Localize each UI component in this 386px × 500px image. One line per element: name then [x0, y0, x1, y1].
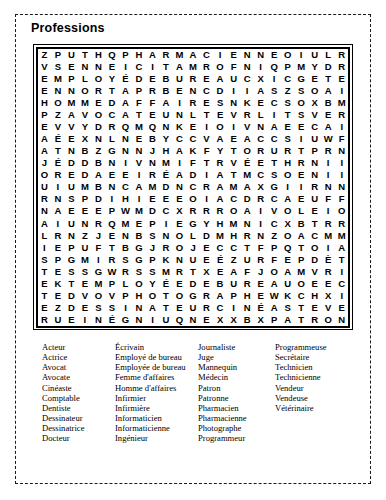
grid-cell-r18c6: R [105, 253, 119, 265]
grid-cell-r14c16: A [240, 205, 254, 217]
grid-cell-r3c9: E [146, 73, 160, 85]
grid-cell-r20c16: R [240, 277, 254, 289]
grid-cell-r14c21: E [308, 205, 322, 217]
grid-cell-r19c15: A [227, 265, 241, 277]
grid-cell-r17c5: F [92, 241, 106, 253]
word-item: Mannequin [198, 362, 275, 372]
grid-cell-r11c3: E [65, 169, 79, 181]
grid-cell-r9c7: N [119, 145, 133, 157]
grid-cell-r1c1: Z [38, 49, 52, 61]
grid-cell-r13c4: P [78, 193, 92, 205]
grid-cell-r16c11: O [173, 229, 187, 241]
grid-cell-r6c2: Z [51, 109, 65, 121]
grid-cell-r16c14: M [213, 229, 227, 241]
grid-cell-r10c18: T [267, 157, 281, 169]
grid-cell-r1c12: A [186, 49, 200, 61]
grid-cell-r19c21: V [308, 265, 322, 277]
grid-cell-r6c15: V [227, 109, 241, 121]
grid-cell-r22c9: A [146, 302, 160, 314]
grid-cell-r17c9: J [146, 241, 160, 253]
word-item: Vendeur [275, 383, 364, 393]
word-item: Patron [198, 383, 275, 393]
grid-cell-r3c2: M [51, 73, 65, 85]
grid-cell-r17c15: C [227, 241, 241, 253]
grid-cell-r16c5: J [92, 229, 106, 241]
grid-cell-r13c19: A [281, 193, 295, 205]
grid-cell-r19c13: X [200, 265, 214, 277]
grid-cell-r6c13: T [200, 109, 214, 121]
grid-cell-r19c7: R [119, 265, 133, 277]
grid-cell-r20c4: E [78, 277, 92, 289]
grid-cell-r14c10: C [159, 205, 173, 217]
grid-cell-r16c21: C [308, 229, 322, 241]
letter-grid: ZPUTHQPHARMACIENNEOIULRVSENNEICITAMROFNI… [36, 47, 351, 328]
grid-cell-r11c23: I [335, 169, 349, 181]
grid-cell-r4c8: P [132, 85, 146, 97]
grid-cell-r1c16: N [240, 49, 254, 61]
grid-cell-r15c3: U [65, 217, 79, 229]
grid-cell-r12c3: U [65, 181, 79, 193]
grid-cell-r4c12: N [186, 85, 200, 97]
grid-cell-r11c22: I [321, 169, 335, 181]
grid-cell-r1c20: I [294, 49, 308, 61]
grid-cell-r2c10: T [159, 61, 173, 73]
grid-cell-r7c5: D [92, 121, 106, 133]
grid-cell-r7c8: M [132, 121, 146, 133]
grid-cell-r21c23: I [335, 290, 349, 302]
grid-cell-r1c9: A [146, 49, 160, 61]
grid-cell-r1c15: E [227, 49, 241, 61]
grid-cell-r6c17: L [254, 109, 268, 121]
grid-cell-r1c7: P [119, 49, 133, 61]
grid-cell-r23c11: Q [173, 314, 187, 326]
grid-cell-r20c19: U [281, 277, 295, 289]
grid-cell-r5c6: D [105, 97, 119, 109]
grid-cell-r22c14: C [213, 302, 227, 314]
grid-cell-r15c11: E [173, 217, 187, 229]
grid-cell-r5c12: R [186, 97, 200, 109]
word-list-column-4: ProgrammeuseSecrétaireTechnicienTechnici… [275, 342, 364, 444]
word-item: Employé de bureau [115, 352, 198, 362]
grid-cell-r5c15: N [227, 97, 241, 109]
grid-cell-r21c7: P [119, 290, 133, 302]
grid-cell-r3c1: E [38, 73, 52, 85]
grid-cell-r16c17: N [254, 229, 268, 241]
grid-cell-r7c3: V [65, 121, 79, 133]
grid-cell-r4c15: I [227, 85, 241, 97]
grid-cell-r9c6: G [105, 145, 119, 157]
grid-cell-r4c16: I [240, 85, 254, 97]
grid-cell-r20c10: É [159, 277, 173, 289]
grid-cell-r3c4: L [78, 73, 92, 85]
grid-cell-r1c8: H [132, 49, 146, 61]
grid-cell-r12c11: N [173, 181, 187, 193]
grid-cell-r13c14: A [213, 193, 227, 205]
grid-cell-r7c14: O [213, 121, 227, 133]
grid-cell-r21c10: T [159, 290, 173, 302]
grid-cell-r15c22: R [321, 217, 335, 229]
grid-cell-r23c9: I [146, 314, 160, 326]
grid-cell-r22c12: U [186, 302, 200, 314]
grid-cell-r16c16: R [240, 229, 254, 241]
grid-cell-r21c21: H [308, 290, 322, 302]
grid-cell-r16c10: N [159, 229, 173, 241]
grid-cell-r18c17: R [254, 253, 268, 265]
grid-cell-r23c18: P [267, 314, 281, 326]
grid-cell-r17c12: J [186, 241, 200, 253]
grid-cell-r2c4: N [78, 61, 92, 73]
word-item: Infirmière [115, 403, 198, 413]
grid-cell-r14c18: V [267, 205, 281, 217]
grid-cell-r1c5: H [92, 49, 106, 61]
grid-cell-r7c17: N [254, 121, 268, 133]
grid-cell-r4c11: E [173, 85, 187, 97]
grid-cell-r9c4: B [78, 145, 92, 157]
grid-cell-r5c2: O [51, 97, 65, 109]
grid-cell-r17c11: O [173, 241, 187, 253]
grid-cell-r9c8: N [132, 145, 146, 157]
grid-cell-r21c12: G [186, 290, 200, 302]
grid-cell-r6c6: C [105, 109, 119, 121]
word-item: Docteur [42, 433, 115, 443]
word-item: Actrice [42, 352, 115, 362]
grid-cell-r21c9: O [146, 290, 160, 302]
grid-cell-r18c14: É [213, 253, 227, 265]
grid-cell-r20c15: U [227, 277, 241, 289]
grid-cell-r2c3: E [65, 61, 79, 73]
grid-cell-r3c10: B [159, 73, 173, 85]
grid-cell-r16c1: L [38, 229, 52, 241]
grid-cell-r4c5: R [92, 85, 106, 97]
grid-cell-r9c5: Z [92, 145, 106, 157]
grid-cell-r13c15: C [227, 193, 241, 205]
grid-cell-r1c10: R [159, 49, 173, 61]
grid-cell-r20c9: Y [146, 277, 160, 289]
grid-cell-r12c4: M [78, 181, 92, 193]
grid-cell-r20c14: B [213, 277, 227, 289]
grid-cell-r10c13: T [200, 157, 214, 169]
grid-cell-r19c3: S [65, 265, 79, 277]
grid-cell-r11c19: O [281, 169, 295, 181]
grid-cell-r20c1: E [38, 277, 52, 289]
grid-cell-r21c5: O [92, 290, 106, 302]
grid-cell-r20c6: P [105, 277, 119, 289]
grid-cell-r21c17: E [254, 290, 268, 302]
grid-cell-r9c11: A [173, 145, 187, 157]
grid-cell-r18c9: P [146, 253, 160, 265]
grid-cell-r21c14: A [213, 290, 227, 302]
grid-cell-r12c22: N [321, 181, 335, 193]
grid-cell-r8c9: B [146, 133, 160, 145]
grid-cell-r12c17: X [254, 181, 268, 193]
grid-cell-r6c7: A [119, 109, 133, 121]
grid-cell-r18c5: I [92, 253, 106, 265]
word-item: Vendeuse [275, 393, 364, 403]
grid-cell-r10c3: D [65, 157, 79, 169]
grid-cell-r17c13: E [200, 241, 214, 253]
grid-cell-r8c22: W [321, 133, 335, 145]
grid-cell-r11c16: M [240, 169, 254, 181]
grid-cell-r14c9: D [146, 205, 160, 217]
grid-cell-r8c18: C [267, 133, 281, 145]
grid-cell-r23c7: G [119, 314, 133, 326]
grid-cell-r23c19: A [281, 314, 295, 326]
grid-cell-r6c21: V [308, 109, 322, 121]
grid-cell-r22c3: D [65, 302, 79, 314]
grid-cell-r17c8: G [132, 241, 146, 253]
word-item: Acteur [42, 342, 115, 352]
grid-cell-r4c21: O [308, 85, 322, 97]
grid-cell-r15c2: I [51, 217, 65, 229]
grid-cell-r12c8: A [132, 181, 146, 193]
grid-cell-r19c10: M [159, 265, 173, 277]
grid-cell-r22c8: N [132, 302, 146, 314]
grid-cell-r23c20: T [294, 314, 308, 326]
grid-cell-r2c12: M [186, 61, 200, 73]
grid-cell-r14c15: O [227, 205, 241, 217]
grid-cell-r9c18: U [267, 145, 281, 157]
grid-cell-r5c5: E [92, 97, 106, 109]
grid-cell-r3c5: O [92, 73, 106, 85]
grid-cell-r20c8: O [132, 277, 146, 289]
word-item: Employée de bureau [115, 362, 198, 372]
grid-cell-r12c23: N [335, 181, 349, 193]
grid-cell-r5c23: M [335, 97, 349, 109]
grid-cell-r10c20: R [294, 157, 308, 169]
grid-cell-r20c3: T [65, 277, 79, 289]
grid-cell-r18c15: Z [227, 253, 241, 265]
grid-cell-r18c12: U [186, 253, 200, 265]
grid-cell-r22c20: T [294, 302, 308, 314]
grid-cell-r11c14: A [213, 169, 227, 181]
grid-cell-r6c23: R [335, 109, 349, 121]
grid-cell-r2c20: M [294, 61, 308, 73]
grid-cell-r3c3: P [65, 73, 79, 85]
grid-cell-r3c6: Y [105, 73, 119, 85]
grid-cell-r20c12: D [186, 277, 200, 289]
grid-cell-r10c1: J [38, 157, 52, 169]
grid-cell-r1c3: U [65, 49, 79, 61]
grid-cell-r6c11: N [173, 109, 187, 121]
grid-cell-r18c19: E [281, 253, 295, 265]
grid-cell-r3c11: U [173, 73, 187, 85]
grid-cell-r12c13: R [200, 181, 214, 193]
grid-cell-r10c21: N [308, 157, 322, 169]
grid-cell-r19c11: R [173, 265, 187, 277]
grid-cell-r15c4: N [78, 217, 92, 229]
grid-cell-r8c3: E [65, 133, 79, 145]
word-item: Informaticienne [115, 423, 198, 433]
grid-cell-r11c7: E [119, 169, 133, 181]
grid-cell-r10c12: F [186, 157, 200, 169]
grid-cell-r10c5: B [92, 157, 106, 169]
grid-cell-r3c19: C [281, 73, 295, 85]
word-item: Programmeuse [275, 342, 364, 352]
grid-cell-r7c18: A [267, 121, 281, 133]
grid-cell-r8c4: X [78, 133, 92, 145]
grid-cell-r11c11: A [173, 169, 187, 181]
grid-cell-r16c22: M [321, 229, 335, 241]
grid-cell-r11c6: E [105, 169, 119, 181]
grid-cell-r14c1: N [38, 205, 52, 217]
grid-cell-r23c1: R [38, 314, 52, 326]
grid-cell-r16c18: Z [267, 229, 281, 241]
grid-cell-r11c4: D [78, 169, 92, 181]
grid-cell-r1c21: U [308, 49, 322, 61]
grid-cell-r1c13: C [200, 49, 214, 61]
grid-cell-r18c22: È [321, 253, 335, 265]
grid-cell-r6c20: S [294, 109, 308, 121]
word-item: Dentiste [42, 403, 115, 413]
grid-cell-r10c15: V [227, 157, 241, 169]
grid-cell-r14c12: R [186, 205, 200, 217]
grid-cell-r19c17: J [254, 265, 268, 277]
grid-cell-r9c16: O [240, 145, 254, 157]
grid-cell-r2c1: V [38, 61, 52, 73]
grid-cell-r23c4: I [78, 314, 92, 326]
grid-cell-r9c2: T [51, 145, 65, 157]
grid-cell-r21c15: P [227, 290, 241, 302]
grid-cell-r8c1: A [38, 133, 52, 145]
grid-cell-r11c17: C [254, 169, 268, 181]
grid-cell-r15c5: R [92, 217, 106, 229]
grid-cell-r5c11: I [173, 97, 187, 109]
grid-cell-r13c16: D [240, 193, 254, 205]
grid-cell-r18c11: N [173, 253, 187, 265]
grid-cell-r13c9: E [146, 193, 160, 205]
grid-cell-r3c17: X [254, 73, 268, 85]
grid-cell-r4c4: O [78, 85, 92, 97]
grid-cell-r3c8: D [132, 73, 146, 85]
grid-cell-r14c23: O [335, 205, 349, 217]
grid-cell-r23c14: X [213, 314, 227, 326]
grid-cell-r7c13: I [200, 121, 214, 133]
grid-cell-r6c3: A [65, 109, 79, 121]
grid-cell-r9c1: A [38, 145, 52, 157]
grid-cell-r12c20: I [294, 181, 308, 193]
grid-cell-r20c11: E [173, 277, 187, 289]
grid-cell-r7c19: E [281, 121, 295, 133]
grid-cell-r23c16: B [240, 314, 254, 326]
word-list: ActeurActriceAvocatAvocateCinéasteCompta… [42, 342, 364, 444]
grid-cell-r14c11: X [173, 205, 187, 217]
grid-cell-r21c6: V [105, 290, 119, 302]
grid-cell-r8c7: N [119, 133, 133, 145]
grid-cell-r14c20: L [294, 205, 308, 217]
grid-cell-r6c14: E [213, 109, 227, 121]
grid-cell-r18c3: G [65, 253, 79, 265]
grid-cell-r17c6: T [105, 241, 119, 253]
grid-cell-r19c18: O [267, 265, 281, 277]
grid-cell-r12c21: R [308, 181, 322, 193]
grid-cell-r5c4: M [78, 97, 92, 109]
word-item: Vétérinaire [275, 403, 364, 413]
grid-cell-r21c11: O [173, 290, 187, 302]
grid-cell-r18c13: E [200, 253, 214, 265]
grid-cell-r13c1: R [38, 193, 52, 205]
grid-cell-r7c2: V [51, 121, 65, 133]
grid-cell-r3c13: E [200, 73, 214, 85]
grid-cell-r22c23: E [335, 302, 349, 314]
grid-cell-r5c17: E [254, 97, 268, 109]
grid-cell-r8c16: A [240, 133, 254, 145]
word-item: Comptable [42, 393, 115, 403]
grid-cell-r10c2: É [51, 157, 65, 169]
grid-cell-r2c11: A [173, 61, 187, 73]
grid-cell-r2c22: D [321, 61, 335, 73]
grid-cell-r19c12: T [186, 265, 200, 277]
grid-cell-r8c8: E [132, 133, 146, 145]
grid-cell-r6c10: U [159, 109, 173, 121]
grid-cell-r14c4: E [78, 205, 92, 217]
grid-cell-r19c16: F [240, 265, 254, 277]
grid-cell-r14c8: M [132, 205, 146, 217]
grid-cell-r15c8: E [132, 217, 146, 229]
grid-cell-r11c13: I [200, 169, 214, 181]
grid-cell-r12c1: U [38, 181, 52, 193]
grid-cell-r3c16: C [240, 73, 254, 85]
grid-cell-r23c8: N [132, 314, 146, 326]
grid-cell-r11c18: S [267, 169, 281, 181]
grid-cell-r16c8: B [132, 229, 146, 241]
grid-cell-r23c12: N [186, 314, 200, 326]
grid-cell-r11c9: R [146, 169, 160, 181]
grid-cell-r15c16: N [240, 217, 254, 229]
grid-cell-r19c19: A [281, 265, 295, 277]
word-item: Dessinateur [42, 413, 115, 423]
grid-cell-r22c10: T [159, 302, 173, 314]
word-item: Homme d'affaires [115, 383, 198, 393]
grid-cell-r20c13: E [200, 277, 214, 289]
grid-cell-r9c12: K [186, 145, 200, 157]
grid-cell-r10c11: I [173, 157, 187, 169]
grid-cell-r7c7: Q [119, 121, 133, 133]
grid-cell-r5c22: B [321, 97, 335, 109]
grid-cell-r16c19: O [281, 229, 295, 241]
grid-cell-r6c9: E [146, 109, 160, 121]
grid-cell-r15c10: I [159, 217, 173, 229]
grid-cell-r22c11: E [173, 302, 187, 314]
grid-cell-r12c7: C [119, 181, 133, 193]
grid-cell-r16c9: S [146, 229, 160, 241]
grid-cell-r8c5: N [92, 133, 106, 145]
grid-cell-r10c23: I [335, 157, 349, 169]
grid-cell-r21c18: W [267, 290, 281, 302]
grid-cell-r10c6: N [105, 157, 119, 169]
grid-cell-r18c7: S [119, 253, 133, 265]
grid-cell-r23c2: U [51, 314, 65, 326]
grid-cell-r23c15: X [227, 314, 241, 326]
grid-cell-r12c14: A [213, 181, 227, 193]
grid-cell-r23c3: E [65, 314, 79, 326]
grid-cell-r22c5: S [92, 302, 106, 314]
grid-cell-r12c5: B [92, 181, 106, 193]
grid-cell-r9c21: P [308, 145, 322, 157]
grid-cell-r20c17: E [254, 277, 268, 289]
word-item: Pharmacien [198, 403, 275, 413]
grid-cell-r17c14: C [213, 241, 227, 253]
grid-cell-r12c18: G [267, 181, 281, 193]
word-list-column-3: JournalisteJugeMannequinMédecinPatronPat… [198, 342, 275, 444]
grid-cell-r20c5: M [92, 277, 106, 289]
word-list-column-1: ActeurActriceAvocatAvocateCinéasteCompta… [42, 342, 115, 444]
grid-cell-r1c6: Q [105, 49, 119, 61]
grid-cell-r2c14: O [213, 61, 227, 73]
grid-cell-r15c13: Y [200, 217, 214, 229]
grid-cell-r10c7: I [119, 157, 133, 169]
grid-cell-r19c2: E [51, 265, 65, 277]
grid-cell-r1c17: N [254, 49, 268, 61]
